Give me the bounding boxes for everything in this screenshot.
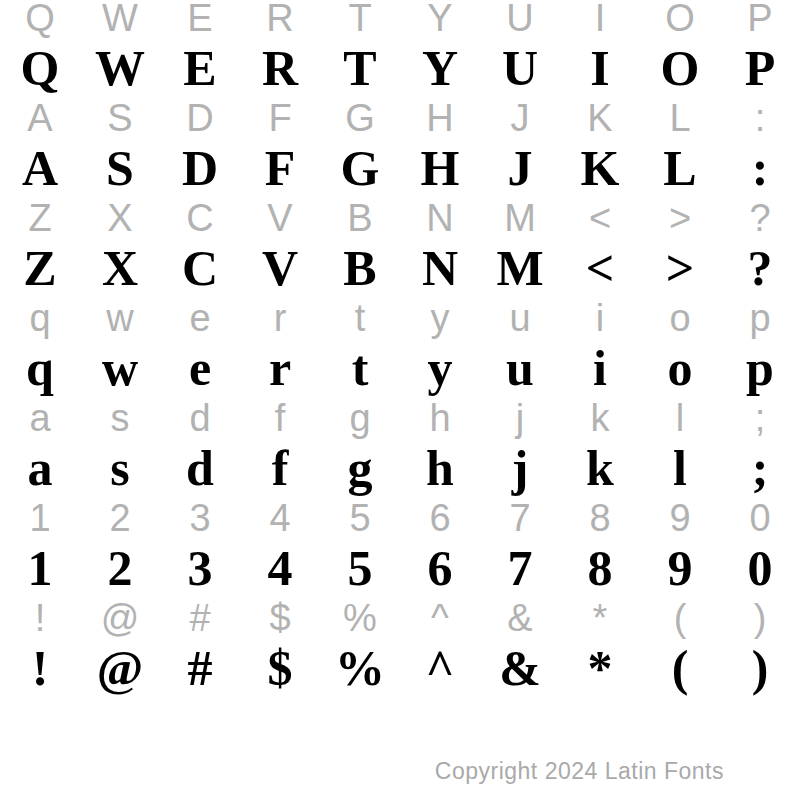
copyright-text: Copyright 2024 Latin Fonts xyxy=(435,758,724,785)
glyph-cell-r12c10: 0 xyxy=(720,543,800,593)
glyph-cell-r7c2: w xyxy=(80,293,160,343)
glyph-cell-r10c6: h xyxy=(400,443,480,493)
glyph-cell-r2c5: T xyxy=(320,43,400,93)
glyph-cell-r12c3: 3 xyxy=(160,543,240,593)
glyph-cell-r12c8: 8 xyxy=(560,543,640,593)
glyph-cell-r3c5: G xyxy=(320,93,400,143)
glyph-cell-r12c2: 2 xyxy=(80,543,160,593)
glyph-cell-r8c6: y xyxy=(400,343,480,393)
glyph-cell-r5c7: M xyxy=(480,193,560,243)
glyph-cell-r13c9: ( xyxy=(640,593,720,643)
glyph-cell-r6c10: ? xyxy=(720,243,800,293)
glyph-cell-r1c5: T xyxy=(320,0,400,43)
glyph-cell-r12c4: 4 xyxy=(240,543,320,593)
glyph-cell-r2c7: U xyxy=(480,43,560,93)
glyph-cell-r10c1: a xyxy=(0,443,80,493)
glyph-cell-r4c4: F xyxy=(240,143,320,193)
glyph-cell-r3c8: K xyxy=(560,93,640,143)
glyph-cell-r10c4: f xyxy=(240,443,320,493)
glyph-cell-r3c6: H xyxy=(400,93,480,143)
glyph-cell-r14c4: $ xyxy=(240,643,320,693)
glyph-cell-r11c8: 8 xyxy=(560,493,640,543)
glyph-cell-r11c7: 7 xyxy=(480,493,560,543)
glyph-cell-r13c7: & xyxy=(480,593,560,643)
glyph-cell-r10c8: k xyxy=(560,443,640,493)
glyph-cell-r10c7: j xyxy=(480,443,560,493)
glyph-cell-r11c2: 2 xyxy=(80,493,160,543)
glyph-cell-r4c2: S xyxy=(80,143,160,193)
glyph-cell-r11c9: 9 xyxy=(640,493,720,543)
glyph-cell-r12c9: 9 xyxy=(640,543,720,593)
glyph-cell-r10c2: s xyxy=(80,443,160,493)
glyph-cell-r7c5: t xyxy=(320,293,400,343)
glyph-cell-r1c7: U xyxy=(480,0,560,43)
glyph-cell-r14c9: ( xyxy=(640,643,720,693)
glyph-cell-r4c6: H xyxy=(400,143,480,193)
glyph-cell-r2c10: P xyxy=(720,43,800,93)
glyph-cell-r2c3: E xyxy=(160,43,240,93)
glyph-cell-r7c10: p xyxy=(720,293,800,343)
glyph-cell-r8c4: r xyxy=(240,343,320,393)
glyph-cell-r12c1: 1 xyxy=(0,543,80,593)
glyph-cell-r1c2: W xyxy=(80,0,160,43)
glyph-cell-r4c3: D xyxy=(160,143,240,193)
glyph-cell-r1c10: P xyxy=(720,0,800,43)
glyph-cell-r7c9: o xyxy=(640,293,720,343)
glyph-cell-r9c7: j xyxy=(480,393,560,443)
glyph-cell-r5c6: N xyxy=(400,193,480,243)
glyph-cell-r14c1: ! xyxy=(0,643,80,693)
glyph-cell-r1c8: I xyxy=(560,0,640,43)
glyph-cell-r13c5: % xyxy=(320,593,400,643)
glyph-cell-r5c8: < xyxy=(560,193,640,243)
glyph-cell-r9c8: k xyxy=(560,393,640,443)
glyph-cell-r8c2: w xyxy=(80,343,160,393)
glyph-cell-r8c3: e xyxy=(160,343,240,393)
glyph-cell-r2c6: Y xyxy=(400,43,480,93)
glyph-cell-r6c6: N xyxy=(400,243,480,293)
glyph-cell-r7c6: y xyxy=(400,293,480,343)
glyph-cell-r14c6: ^ xyxy=(400,643,480,693)
glyph-cell-r14c10: ) xyxy=(720,643,800,693)
glyph-cell-r6c2: X xyxy=(80,243,160,293)
glyph-cell-r5c3: C xyxy=(160,193,240,243)
glyph-cell-r2c8: I xyxy=(560,43,640,93)
glyph-cell-r4c10: : xyxy=(720,143,800,193)
glyph-cell-r13c3: # xyxy=(160,593,240,643)
glyph-cell-r2c2: W xyxy=(80,43,160,93)
glyph-cell-r12c5: 5 xyxy=(320,543,400,593)
glyph-cell-r1c1: Q xyxy=(0,0,80,43)
glyph-cell-r6c8: < xyxy=(560,243,640,293)
glyph-cell-r12c7: 7 xyxy=(480,543,560,593)
glyph-cell-r8c1: q xyxy=(0,343,80,393)
glyph-cell-r14c5: % xyxy=(320,643,400,693)
glyph-cell-r9c10: ; xyxy=(720,393,800,443)
glyph-cell-r9c5: g xyxy=(320,393,400,443)
glyph-cell-r13c1: ! xyxy=(0,593,80,643)
glyph-cell-r7c8: i xyxy=(560,293,640,343)
glyph-cell-r4c1: A xyxy=(0,143,80,193)
font-specimen-grid: QWERTYUIOPQWERTYUIOPASDFGHJKL:ASDFGHJKL:… xyxy=(0,0,800,693)
glyph-cell-r10c10: ; xyxy=(720,443,800,493)
glyph-cell-r8c5: t xyxy=(320,343,400,393)
glyph-cell-r7c7: u xyxy=(480,293,560,343)
glyph-cell-r7c3: e xyxy=(160,293,240,343)
glyph-cell-r4c9: L xyxy=(640,143,720,193)
glyph-cell-r11c10: 0 xyxy=(720,493,800,543)
glyph-cell-r14c7: & xyxy=(480,643,560,693)
glyph-cell-r6c7: M xyxy=(480,243,560,293)
glyph-cell-r6c4: V xyxy=(240,243,320,293)
glyph-cell-r6c9: > xyxy=(640,243,720,293)
glyph-cell-r6c5: B xyxy=(320,243,400,293)
glyph-cell-r6c1: Z xyxy=(0,243,80,293)
glyph-cell-r13c4: $ xyxy=(240,593,320,643)
glyph-cell-r3c3: D xyxy=(160,93,240,143)
glyph-cell-r2c9: O xyxy=(640,43,720,93)
glyph-cell-r8c10: p xyxy=(720,343,800,393)
glyph-cell-r9c9: l xyxy=(640,393,720,443)
glyph-cell-r11c6: 6 xyxy=(400,493,480,543)
glyph-cell-r3c4: F xyxy=(240,93,320,143)
glyph-cell-r13c10: ) xyxy=(720,593,800,643)
glyph-cell-r5c4: V xyxy=(240,193,320,243)
glyph-cell-r9c6: h xyxy=(400,393,480,443)
glyph-cell-r9c3: d xyxy=(160,393,240,443)
glyph-cell-r14c2: @ xyxy=(80,643,160,693)
glyph-cell-r8c9: o xyxy=(640,343,720,393)
glyph-cell-r13c8: * xyxy=(560,593,640,643)
glyph-cell-r3c10: : xyxy=(720,93,800,143)
glyph-cell-r1c3: E xyxy=(160,0,240,43)
glyph-cell-r11c4: 4 xyxy=(240,493,320,543)
glyph-cell-r12c6: 6 xyxy=(400,543,480,593)
glyph-cell-r5c5: B xyxy=(320,193,400,243)
glyph-cell-r3c7: J xyxy=(480,93,560,143)
glyph-cell-r5c9: > xyxy=(640,193,720,243)
glyph-cell-r11c1: 1 xyxy=(0,493,80,543)
glyph-cell-r6c3: C xyxy=(160,243,240,293)
glyph-cell-r8c7: u xyxy=(480,343,560,393)
glyph-cell-r3c9: L xyxy=(640,93,720,143)
glyph-cell-r1c9: O xyxy=(640,0,720,43)
glyph-cell-r5c1: Z xyxy=(0,193,80,243)
glyph-cell-r7c4: r xyxy=(240,293,320,343)
glyph-cell-r4c7: J xyxy=(480,143,560,193)
glyph-cell-r14c3: # xyxy=(160,643,240,693)
glyph-cell-r10c3: d xyxy=(160,443,240,493)
glyph-cell-r13c2: @ xyxy=(80,593,160,643)
glyph-cell-r9c2: s xyxy=(80,393,160,443)
glyph-cell-r5c10: ? xyxy=(720,193,800,243)
glyph-cell-r8c8: i xyxy=(560,343,640,393)
glyph-cell-r11c3: 3 xyxy=(160,493,240,543)
glyph-cell-r11c5: 5 xyxy=(320,493,400,543)
glyph-cell-r1c6: Y xyxy=(400,0,480,43)
glyph-cell-r7c1: q xyxy=(0,293,80,343)
glyph-cell-r10c9: l xyxy=(640,443,720,493)
glyph-cell-r2c1: Q xyxy=(0,43,80,93)
glyph-cell-r5c2: X xyxy=(80,193,160,243)
glyph-cell-r2c4: R xyxy=(240,43,320,93)
glyph-cell-r9c4: f xyxy=(240,393,320,443)
glyph-cell-r4c5: G xyxy=(320,143,400,193)
glyph-cell-r14c8: * xyxy=(560,643,640,693)
glyph-cell-r10c5: g xyxy=(320,443,400,493)
glyph-cell-r4c8: K xyxy=(560,143,640,193)
glyph-cell-r3c1: A xyxy=(0,93,80,143)
glyph-cell-r13c6: ^ xyxy=(400,593,480,643)
glyph-cell-r3c2: S xyxy=(80,93,160,143)
glyph-cell-r9c1: a xyxy=(0,393,80,443)
glyph-cell-r1c4: R xyxy=(240,0,320,43)
